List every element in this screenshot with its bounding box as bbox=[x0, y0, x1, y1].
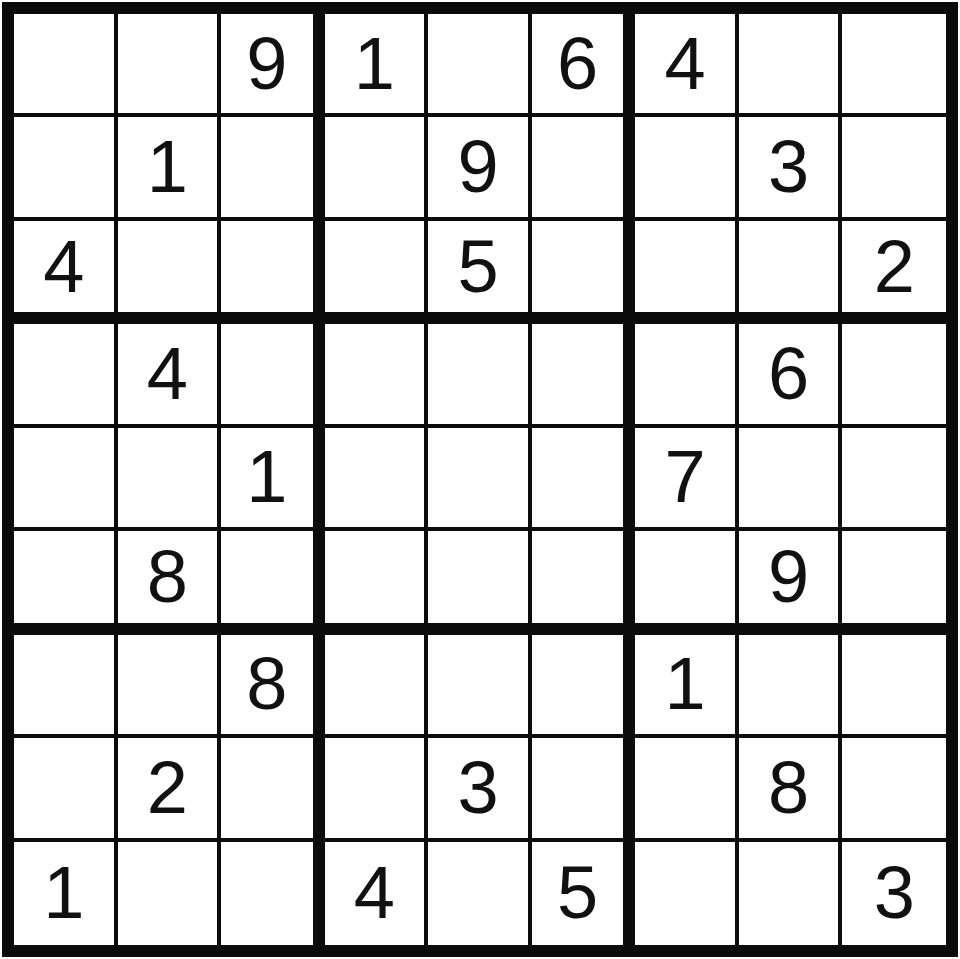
cell-r8c2-given[interactable]: 2 bbox=[118, 738, 222, 841]
cell-r2c8-given[interactable]: 3 bbox=[739, 117, 843, 220]
cell-r1c6-given[interactable]: 6 bbox=[532, 14, 636, 117]
cell-r7c1-empty[interactable] bbox=[14, 635, 118, 738]
cell-r2c9-empty[interactable] bbox=[842, 117, 946, 220]
cell-r4c2-given[interactable]: 4 bbox=[118, 324, 222, 427]
cell-r9c7-empty[interactable] bbox=[635, 842, 739, 945]
cell-r3c9-given[interactable]: 2 bbox=[842, 221, 946, 324]
cell-r6c1-empty[interactable] bbox=[14, 531, 118, 634]
cell-r5c7-given[interactable]: 7 bbox=[635, 428, 739, 531]
cell-r6c7-empty[interactable] bbox=[635, 531, 739, 634]
cell-r1c5-empty[interactable] bbox=[428, 14, 532, 117]
cell-r2c4-empty[interactable] bbox=[325, 117, 429, 220]
cell-r7c6-empty[interactable] bbox=[532, 635, 636, 738]
cell-r8c5-given[interactable]: 3 bbox=[428, 738, 532, 841]
cell-r1c2-empty[interactable] bbox=[118, 14, 222, 117]
cell-r7c8-empty[interactable] bbox=[739, 635, 843, 738]
cell-r9c1-given[interactable]: 1 bbox=[14, 842, 118, 945]
cell-r4c9-empty[interactable] bbox=[842, 324, 946, 427]
cell-r5c9-empty[interactable] bbox=[842, 428, 946, 531]
cell-r6c8-given[interactable]: 9 bbox=[739, 531, 843, 634]
cell-r8c3-empty[interactable] bbox=[221, 738, 325, 841]
cell-r4c1-empty[interactable] bbox=[14, 324, 118, 427]
cell-r3c2-empty[interactable] bbox=[118, 221, 222, 324]
cell-r7c7-given[interactable]: 1 bbox=[635, 635, 739, 738]
cell-r6c2-given[interactable]: 8 bbox=[118, 531, 222, 634]
cell-r5c3-given[interactable]: 1 bbox=[221, 428, 325, 531]
cell-r6c9-empty[interactable] bbox=[842, 531, 946, 634]
cell-r3c4-empty[interactable] bbox=[325, 221, 429, 324]
cell-r1c4-given[interactable]: 1 bbox=[325, 14, 429, 117]
cell-r8c6-empty[interactable] bbox=[532, 738, 636, 841]
cell-r2c3-empty[interactable] bbox=[221, 117, 325, 220]
cell-r3c1-given[interactable]: 4 bbox=[14, 221, 118, 324]
cell-r9c4-given[interactable]: 4 bbox=[325, 842, 429, 945]
cell-r9c2-empty[interactable] bbox=[118, 842, 222, 945]
cell-r2c6-empty[interactable] bbox=[532, 117, 636, 220]
cell-r8c9-empty[interactable] bbox=[842, 738, 946, 841]
cell-r6c5-empty[interactable] bbox=[428, 531, 532, 634]
cell-r9c9-given[interactable]: 3 bbox=[842, 842, 946, 945]
cell-r8c7-empty[interactable] bbox=[635, 738, 739, 841]
cell-r4c3-empty[interactable] bbox=[221, 324, 325, 427]
cell-r8c8-given[interactable]: 8 bbox=[739, 738, 843, 841]
cell-r3c8-empty[interactable] bbox=[739, 221, 843, 324]
cell-r3c7-empty[interactable] bbox=[635, 221, 739, 324]
cell-r1c9-empty[interactable] bbox=[842, 14, 946, 117]
cell-r2c2-given[interactable]: 1 bbox=[118, 117, 222, 220]
cell-r7c3-given[interactable]: 8 bbox=[221, 635, 325, 738]
cell-r5c2-empty[interactable] bbox=[118, 428, 222, 531]
cell-r5c1-empty[interactable] bbox=[14, 428, 118, 531]
cell-r7c5-empty[interactable] bbox=[428, 635, 532, 738]
cell-r8c1-empty[interactable] bbox=[14, 738, 118, 841]
sudoku-board: 9164193452461789812381453 bbox=[2, 2, 958, 957]
cell-r9c8-empty[interactable] bbox=[739, 842, 843, 945]
cell-r1c8-empty[interactable] bbox=[739, 14, 843, 117]
cell-r1c1-empty[interactable] bbox=[14, 14, 118, 117]
cell-r4c4-empty[interactable] bbox=[325, 324, 429, 427]
cell-r7c4-empty[interactable] bbox=[325, 635, 429, 738]
cell-r4c5-empty[interactable] bbox=[428, 324, 532, 427]
sudoku-page: 9164193452461789812381453 bbox=[0, 0, 960, 959]
cell-r2c7-empty[interactable] bbox=[635, 117, 739, 220]
cell-r6c3-empty[interactable] bbox=[221, 531, 325, 634]
cell-r7c2-empty[interactable] bbox=[118, 635, 222, 738]
cell-r3c6-empty[interactable] bbox=[532, 221, 636, 324]
cell-r5c8-empty[interactable] bbox=[739, 428, 843, 531]
cell-r6c6-empty[interactable] bbox=[532, 531, 636, 634]
cell-r5c4-empty[interactable] bbox=[325, 428, 429, 531]
cell-r7c9-empty[interactable] bbox=[842, 635, 946, 738]
cell-r3c3-empty[interactable] bbox=[221, 221, 325, 324]
cell-r6c4-empty[interactable] bbox=[325, 531, 429, 634]
cell-r2c1-empty[interactable] bbox=[14, 117, 118, 220]
cell-r9c5-empty[interactable] bbox=[428, 842, 532, 945]
cell-r5c5-empty[interactable] bbox=[428, 428, 532, 531]
cell-r8c4-empty[interactable] bbox=[325, 738, 429, 841]
cell-r1c3-given[interactable]: 9 bbox=[221, 14, 325, 117]
cell-r9c3-empty[interactable] bbox=[221, 842, 325, 945]
cell-r3c5-given[interactable]: 5 bbox=[428, 221, 532, 324]
cell-r1c7-given[interactable]: 4 bbox=[635, 14, 739, 117]
cell-r2c5-given[interactable]: 9 bbox=[428, 117, 532, 220]
cell-r4c8-given[interactable]: 6 bbox=[739, 324, 843, 427]
cell-r9c6-given[interactable]: 5 bbox=[532, 842, 636, 945]
cell-r4c6-empty[interactable] bbox=[532, 324, 636, 427]
cell-r5c6-empty[interactable] bbox=[532, 428, 636, 531]
cell-r4c7-empty[interactable] bbox=[635, 324, 739, 427]
